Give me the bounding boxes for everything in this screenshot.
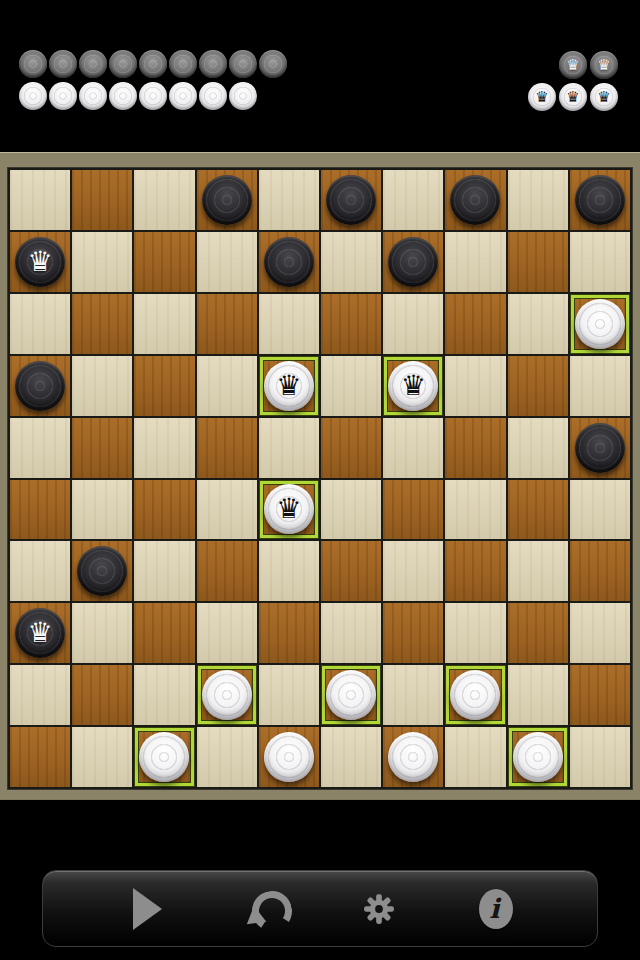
square-6-1[interactable] [72,541,132,601]
square-6-5[interactable] [321,541,381,601]
white-kings-count-row: ♛♛♛ [525,83,618,111]
square-8-6 [383,665,443,725]
play-icon [133,888,162,930]
square-9-5 [321,727,381,787]
square-4-6 [383,418,443,478]
square-2-2 [134,294,194,354]
square-7-7 [445,603,505,663]
square-2-0 [10,294,70,354]
square-7-6[interactable] [383,603,443,663]
black-man-tray-piece [169,50,197,78]
white-man-tray-piece [139,82,167,110]
white-man-tray-piece [79,82,107,110]
crown-icon: ♛ [566,58,579,73]
black-man[interactable] [264,237,314,287]
square-9-3 [197,727,257,787]
square-3-0[interactable] [10,356,70,416]
white-men-count-row [19,82,259,110]
black-man[interactable] [77,546,127,596]
square-4-7[interactable] [445,418,505,478]
square-1-0[interactable]: ♛ [10,232,70,292]
square-8-8 [508,665,568,725]
white-man[interactable] [575,299,625,349]
square-0-2 [134,170,194,230]
square-5-0[interactable] [10,480,70,540]
white-man[interactable] [513,732,563,782]
play-button[interactable] [121,886,167,932]
white-king[interactable]: ♛ [264,484,314,534]
white-man-tray-piece [49,82,77,110]
crown-icon: ♛ [28,619,53,647]
square-4-9[interactable] [570,418,630,478]
square-8-0 [10,665,70,725]
square-5-9 [570,480,630,540]
square-4-2 [134,418,194,478]
square-6-4 [259,541,319,601]
square-2-6 [383,294,443,354]
black-king-tray-piece: ♛ [590,51,618,79]
toolbar: i [42,870,598,947]
square-6-0 [10,541,70,601]
square-3-3 [197,356,257,416]
square-1-7 [445,232,505,292]
square-1-6[interactable] [383,232,443,292]
white-man[interactable] [388,732,438,782]
crown-icon: ♛ [276,495,301,523]
square-8-7[interactable] [445,665,505,725]
square-5-8[interactable] [508,480,568,540]
square-1-4[interactable] [259,232,319,292]
square-0-4 [259,170,319,230]
white-king-tray-piece: ♛ [590,83,618,111]
square-6-6 [383,541,443,601]
square-5-7 [445,480,505,540]
crown-icon: ♛ [401,372,426,400]
board-frame: ♛♛♛♛♛ [0,152,640,800]
square-0-3[interactable] [197,170,257,230]
square-4-3[interactable] [197,418,257,478]
app-screen: ♛♛ ♛♛♛ ♛♛♛♛♛ [0,0,640,960]
white-man[interactable] [202,670,252,720]
square-5-2[interactable] [134,480,194,540]
white-man-tray-piece [19,82,47,110]
settings-button[interactable] [356,886,402,932]
white-man[interactable] [450,670,500,720]
black-men-count-row [19,50,289,78]
square-4-8 [508,418,568,478]
material-tray-right: ♛♛ ♛♛♛ [525,51,618,115]
white-king[interactable]: ♛ [388,361,438,411]
white-king-tray-piece: ♛ [559,83,587,111]
square-9-8[interactable] [508,727,568,787]
square-0-7[interactable] [445,170,505,230]
square-3-6[interactable]: ♛ [383,356,443,416]
black-man-tray-piece [19,50,47,78]
square-7-5 [321,603,381,663]
square-8-2 [134,665,194,725]
square-8-3[interactable] [197,665,257,725]
black-man[interactable] [202,175,252,225]
square-5-6[interactable] [383,480,443,540]
crown-icon: ♛ [597,58,610,73]
square-0-8 [508,170,568,230]
crown-icon: ♛ [566,90,579,105]
square-7-1 [72,603,132,663]
square-3-9 [570,356,630,416]
crown-icon: ♛ [28,248,53,276]
white-king[interactable]: ♛ [264,361,314,411]
square-4-0 [10,418,70,478]
square-2-1[interactable] [72,294,132,354]
square-6-3[interactable] [197,541,257,601]
gear-icon [362,886,396,932]
material-tray-left [19,50,289,114]
white-man-tray-piece [199,82,227,110]
square-2-7[interactable] [445,294,505,354]
square-8-9[interactable] [570,665,630,725]
black-man[interactable] [450,175,500,225]
square-0-6 [383,170,443,230]
square-1-8[interactable] [508,232,568,292]
black-man[interactable] [326,175,376,225]
square-1-1 [72,232,132,292]
crown-icon: ♛ [535,90,548,105]
square-1-9 [570,232,630,292]
black-man-tray-piece [79,50,107,78]
square-5-5 [321,480,381,540]
square-3-7 [445,356,505,416]
square-8-4 [259,665,319,725]
undo-button[interactable] [238,886,284,932]
white-man-tray-piece [229,82,257,110]
square-9-1 [72,727,132,787]
square-6-8 [508,541,568,601]
black-man[interactable] [388,237,438,287]
crown-icon: ♛ [276,372,301,400]
square-0-5[interactable] [321,170,381,230]
square-9-9 [570,727,630,787]
square-3-8[interactable] [508,356,568,416]
crown-icon: ♛ [597,90,610,105]
black-man-tray-piece [109,50,137,78]
square-0-1[interactable] [72,170,132,230]
black-man-tray-piece [139,50,167,78]
square-3-1 [72,356,132,416]
info-icon: i [479,889,513,929]
square-9-7 [445,727,505,787]
square-2-8 [508,294,568,354]
square-2-4 [259,294,319,354]
white-man[interactable] [264,732,314,782]
square-4-4 [259,418,319,478]
black-man[interactable] [575,423,625,473]
square-7-8[interactable] [508,603,568,663]
square-5-1 [72,480,132,540]
black-man-tray-piece [229,50,257,78]
white-man[interactable] [139,732,189,782]
white-king-tray-piece: ♛ [528,83,556,111]
square-4-5[interactable] [321,418,381,478]
black-king-tray-piece: ♛ [559,51,587,79]
square-3-2[interactable] [134,356,194,416]
black-man[interactable] [15,361,65,411]
square-6-2 [134,541,194,601]
square-1-5 [321,232,381,292]
black-man-tray-piece [199,50,227,78]
black-man[interactable] [575,175,625,225]
info-glyph: i [489,895,499,922]
square-7-2[interactable] [134,603,194,663]
square-2-3[interactable] [197,294,257,354]
board: ♛♛♛♛♛ [8,168,632,789]
black-man-tray-piece [259,50,287,78]
square-7-9 [570,603,630,663]
square-5-3 [197,480,257,540]
square-6-7[interactable] [445,541,505,601]
square-9-6[interactable] [383,727,443,787]
square-5-4[interactable]: ♛ [259,480,319,540]
black-king[interactable]: ♛ [15,608,65,658]
square-6-9[interactable] [570,541,630,601]
white-man-tray-piece [169,82,197,110]
white-man[interactable] [326,670,376,720]
square-3-4[interactable]: ♛ [259,356,319,416]
square-1-2[interactable] [134,232,194,292]
black-man-tray-piece [49,50,77,78]
black-kings-count-row: ♛♛ [556,51,618,79]
square-3-5 [321,356,381,416]
square-2-9[interactable] [570,294,630,354]
square-7-0[interactable]: ♛ [10,603,70,663]
square-9-0[interactable] [10,727,70,787]
square-0-0 [10,170,70,230]
square-9-4[interactable] [259,727,319,787]
white-man-tray-piece [109,82,137,110]
undo-icon [244,888,278,930]
square-7-4[interactable] [259,603,319,663]
square-4-1[interactable] [72,418,132,478]
square-1-3 [197,232,257,292]
square-9-2[interactable] [134,727,194,787]
info-button[interactable]: i [473,886,519,932]
square-2-5[interactable] [321,294,381,354]
square-8-1[interactable] [72,665,132,725]
square-8-5[interactable] [321,665,381,725]
black-king[interactable]: ♛ [15,237,65,287]
square-7-3 [197,603,257,663]
square-0-9[interactable] [570,170,630,230]
